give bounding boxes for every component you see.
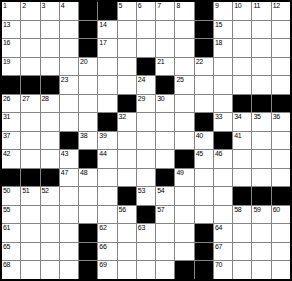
grid-cell[interactable]: 53 xyxy=(137,187,155,205)
black-cell xyxy=(21,169,39,187)
grid-cell[interactable] xyxy=(137,39,155,57)
black-cell xyxy=(21,76,39,94)
grid-cell[interactable]: 20 xyxy=(79,58,97,76)
grid-cell[interactable]: 42 xyxy=(2,150,20,168)
clue-number: 67 xyxy=(215,243,222,251)
grid-cell[interactable] xyxy=(98,58,116,76)
grid-cell[interactable]: 7 xyxy=(156,2,174,20)
grid-cell[interactable] xyxy=(21,206,39,224)
clue-number: 12 xyxy=(273,2,280,10)
grid-cell[interactable] xyxy=(21,21,39,39)
grid-cell[interactable]: 61 xyxy=(2,224,20,242)
grid-cell[interactable]: 43 xyxy=(60,150,78,168)
crossword-board: 1234567891011121314151617181920212223242… xyxy=(0,0,292,281)
grid-cell[interactable] xyxy=(118,150,136,168)
grid-cell[interactable] xyxy=(79,206,97,224)
grid-cell[interactable] xyxy=(233,150,251,168)
grid-cell[interactable] xyxy=(98,169,116,187)
grid-cell[interactable]: 25 xyxy=(175,76,193,94)
grid-cell[interactable] xyxy=(41,243,59,261)
clue-number: 58 xyxy=(234,206,241,214)
grid-cell[interactable] xyxy=(118,243,136,261)
grid-cell[interactable]: 4 xyxy=(60,2,78,20)
grid-cell[interactable]: 33 xyxy=(214,113,232,131)
grid-cell[interactable] xyxy=(252,243,270,261)
black-cell xyxy=(195,113,213,131)
grid-cell[interactable] xyxy=(21,243,39,261)
grid-cell[interactable]: 1 xyxy=(2,2,20,20)
grid-cell[interactable] xyxy=(272,58,290,76)
black-cell xyxy=(79,150,97,168)
grid-cell[interactable]: 66 xyxy=(98,243,116,261)
grid-cell[interactable] xyxy=(175,95,193,113)
grid-cell[interactable] xyxy=(252,58,270,76)
grid-cell[interactable] xyxy=(272,21,290,39)
grid-cell[interactable] xyxy=(156,243,174,261)
grid-cell[interactable]: 68 xyxy=(2,261,20,279)
clue-number: 53 xyxy=(138,187,145,195)
grid-cell[interactable]: 56 xyxy=(118,206,136,224)
grid-cell[interactable] xyxy=(214,169,232,187)
grid-cell[interactable] xyxy=(41,206,59,224)
grid-cell[interactable]: 69 xyxy=(98,261,116,279)
black-cell xyxy=(79,2,97,20)
grid-cell[interactable]: 23 xyxy=(60,76,78,94)
grid-cell[interactable] xyxy=(137,132,155,150)
grid-cell[interactable] xyxy=(60,224,78,242)
grid-cell[interactable] xyxy=(214,187,232,205)
grid-cell[interactable] xyxy=(41,21,59,39)
grid-cell[interactable]: 52 xyxy=(41,187,59,205)
grid-cell[interactable]: 59 xyxy=(252,206,270,224)
black-cell xyxy=(195,243,213,261)
grid-cell[interactable] xyxy=(214,76,232,94)
clue-number: 33 xyxy=(215,113,222,121)
grid-cell[interactable] xyxy=(233,261,251,279)
black-cell xyxy=(233,187,251,205)
clue-number: 29 xyxy=(138,95,145,103)
grid-cell[interactable] xyxy=(60,187,78,205)
grid-cell[interactable] xyxy=(175,206,193,224)
clue-number: 40 xyxy=(196,132,203,140)
grid-cell[interactable]: 9 xyxy=(214,2,232,20)
grid-cell[interactable] xyxy=(60,206,78,224)
grid-cell[interactable] xyxy=(252,224,270,242)
grid-cell[interactable] xyxy=(137,150,155,168)
clue-number: 59 xyxy=(253,206,260,214)
black-cell xyxy=(98,113,116,131)
clue-number: 16 xyxy=(3,39,10,47)
grid-cell[interactable]: 45 xyxy=(195,150,213,168)
grid-cell[interactable]: 30 xyxy=(156,95,174,113)
grid-cell[interactable] xyxy=(41,224,59,242)
grid-cell[interactable] xyxy=(156,39,174,57)
grid-cell[interactable] xyxy=(41,261,59,279)
grid-cell[interactable] xyxy=(156,261,174,279)
clue-number: 28 xyxy=(42,95,49,103)
grid-cell[interactable]: 28 xyxy=(41,95,59,113)
grid-cell[interactable]: 18 xyxy=(214,39,232,57)
grid-cell[interactable]: 58 xyxy=(233,206,251,224)
clue-number: 32 xyxy=(119,113,126,121)
grid-cell[interactable] xyxy=(137,169,155,187)
clue-number: 19 xyxy=(3,58,10,66)
grid-cell[interactable]: 60 xyxy=(272,206,290,224)
grid-cell[interactable] xyxy=(156,224,174,242)
grid-cell[interactable]: 36 xyxy=(272,113,290,131)
grid-cell[interactable] xyxy=(60,21,78,39)
clue-number: 57 xyxy=(157,206,164,214)
clue-number: 34 xyxy=(234,113,241,121)
clue-number: 2 xyxy=(22,2,26,10)
black-cell xyxy=(41,169,59,187)
grid-cell[interactable]: 35 xyxy=(252,113,270,131)
black-cell xyxy=(79,261,97,279)
grid-cell[interactable]: 55 xyxy=(2,206,20,224)
grid-cell[interactable] xyxy=(252,39,270,57)
grid-cell[interactable] xyxy=(60,95,78,113)
grid-cell[interactable] xyxy=(175,21,193,39)
clue-number: 51 xyxy=(22,187,29,195)
clue-number: 10 xyxy=(234,2,241,10)
clue-number: 45 xyxy=(196,150,203,158)
black-cell xyxy=(195,39,213,57)
clue-number: 70 xyxy=(215,261,222,269)
black-cell xyxy=(272,187,290,205)
clue-number: 22 xyxy=(196,58,203,66)
grid-cell[interactable]: 46 xyxy=(214,150,232,168)
clue-number: 44 xyxy=(99,150,106,158)
grid-cell[interactable] xyxy=(156,132,174,150)
grid-cell[interactable]: 31 xyxy=(2,113,20,131)
grid-cell[interactable] xyxy=(195,206,213,224)
clue-number: 66 xyxy=(99,243,106,251)
grid-cell[interactable]: 3 xyxy=(41,2,59,20)
black-cell xyxy=(252,95,270,113)
clue-number: 11 xyxy=(253,2,260,10)
grid-cell[interactable] xyxy=(21,58,39,76)
grid-cell[interactable] xyxy=(79,76,97,94)
grid-cell[interactable] xyxy=(252,261,270,279)
grid-cell[interactable]: 44 xyxy=(98,150,116,168)
grid-cell[interactable] xyxy=(21,150,39,168)
clue-number: 35 xyxy=(253,113,260,121)
grid-cell[interactable] xyxy=(195,76,213,94)
grid-cell[interactable] xyxy=(175,187,193,205)
grid-cell[interactable]: 24 xyxy=(137,76,155,94)
grid-cell[interactable]: 48 xyxy=(79,169,97,187)
clue-number: 50 xyxy=(3,187,10,195)
grid-cell[interactable]: 8 xyxy=(175,2,193,20)
grid-cell[interactable] xyxy=(79,113,97,131)
black-cell xyxy=(118,187,136,205)
grid-cell[interactable] xyxy=(79,187,97,205)
clue-number: 27 xyxy=(22,95,29,103)
grid-cell[interactable] xyxy=(252,76,270,94)
clue-number: 5 xyxy=(119,2,123,10)
grid-cell[interactable] xyxy=(118,132,136,150)
clue-number: 68 xyxy=(3,261,10,269)
grid-cell[interactable] xyxy=(21,261,39,279)
grid-cell[interactable] xyxy=(272,39,290,57)
grid-cell[interactable] xyxy=(118,39,136,57)
grid-cell[interactable]: 41 xyxy=(233,132,251,150)
grid-cell[interactable]: 5 xyxy=(118,2,136,20)
black-cell xyxy=(41,76,59,94)
grid-cell[interactable] xyxy=(21,39,39,57)
grid-cell[interactable]: 49 xyxy=(175,169,193,187)
grid-cell[interactable] xyxy=(175,113,193,131)
clue-number: 1 xyxy=(3,2,7,10)
grid-cell[interactable] xyxy=(252,150,270,168)
clue-number: 46 xyxy=(215,150,222,158)
grid-cell[interactable] xyxy=(60,39,78,57)
clue-number: 43 xyxy=(61,150,68,158)
grid-cell[interactable] xyxy=(272,132,290,150)
black-cell xyxy=(195,261,213,279)
clue-number: 38 xyxy=(80,132,87,140)
grid-cell[interactable] xyxy=(118,21,136,39)
clue-number: 62 xyxy=(99,224,106,232)
clue-number: 14 xyxy=(99,21,106,29)
grid-cell[interactable] xyxy=(233,76,251,94)
grid-cell[interactable] xyxy=(272,169,290,187)
grid-cell[interactable]: 21 xyxy=(156,58,174,76)
clue-number: 61 xyxy=(3,224,10,232)
black-cell xyxy=(137,58,155,76)
grid-cell[interactable]: 62 xyxy=(98,224,116,242)
clue-number: 49 xyxy=(176,169,183,177)
grid-cell[interactable]: 29 xyxy=(137,95,155,113)
clue-number: 15 xyxy=(215,21,222,29)
clue-number: 21 xyxy=(157,58,164,66)
clue-number: 48 xyxy=(80,169,87,177)
black-cell xyxy=(137,206,155,224)
grid-cell[interactable] xyxy=(175,39,193,57)
grid-cell[interactable] xyxy=(118,76,136,94)
grid-cell[interactable] xyxy=(98,95,116,113)
grid-cell[interactable]: 39 xyxy=(98,132,116,150)
grid-cell[interactable] xyxy=(272,150,290,168)
grid-cell[interactable]: 50 xyxy=(2,187,20,205)
grid-cell[interactable] xyxy=(137,243,155,261)
grid-cell[interactable]: 26 xyxy=(2,95,20,113)
clue-number: 17 xyxy=(99,39,106,47)
clue-number: 24 xyxy=(138,76,145,84)
clue-number: 4 xyxy=(61,2,65,10)
black-cell xyxy=(98,2,116,20)
clue-number: 9 xyxy=(215,2,219,10)
grid-cell[interactable]: 63 xyxy=(137,224,155,242)
black-cell xyxy=(79,243,97,261)
grid-cell[interactable] xyxy=(98,76,116,94)
grid-cell[interactable] xyxy=(41,150,59,168)
grid-cell[interactable] xyxy=(79,95,97,113)
black-cell xyxy=(272,95,290,113)
black-cell xyxy=(79,39,97,57)
grid-cell[interactable]: 67 xyxy=(214,243,232,261)
grid-cell[interactable]: 51 xyxy=(21,187,39,205)
clue-number: 64 xyxy=(215,224,222,232)
grid-cell[interactable] xyxy=(175,224,193,242)
grid-cell[interactable] xyxy=(41,58,59,76)
grid-cell[interactable] xyxy=(272,243,290,261)
clue-number: 52 xyxy=(42,187,49,195)
grid-cell[interactable] xyxy=(175,132,193,150)
grid-cell[interactable]: 17 xyxy=(98,39,116,57)
black-cell xyxy=(79,21,97,39)
grid-cell[interactable] xyxy=(137,21,155,39)
black-cell xyxy=(214,132,232,150)
grid-cell[interactable] xyxy=(233,243,251,261)
grid-cell[interactable] xyxy=(233,224,251,242)
grid-cell[interactable] xyxy=(118,224,136,242)
clue-number: 3 xyxy=(42,2,46,10)
grid-cell[interactable]: 65 xyxy=(2,243,20,261)
black-cell xyxy=(195,21,213,39)
grid-cell[interactable] xyxy=(21,132,39,150)
clue-number: 25 xyxy=(176,76,183,84)
clue-number: 13 xyxy=(3,21,10,29)
grid-cell[interactable]: 16 xyxy=(2,39,20,57)
grid-cell[interactable] xyxy=(214,58,232,76)
grid-cell[interactable] xyxy=(156,21,174,39)
black-cell xyxy=(175,261,193,279)
clue-number: 31 xyxy=(3,113,10,121)
grid-cell[interactable] xyxy=(195,169,213,187)
black-cell xyxy=(195,2,213,20)
grid-cell[interactable] xyxy=(98,187,116,205)
grid-cell[interactable] xyxy=(175,58,193,76)
grid-cell[interactable]: 70 xyxy=(214,261,232,279)
grid-cell[interactable]: 12 xyxy=(272,2,290,20)
grid-cell[interactable]: 22 xyxy=(195,58,213,76)
grid-cell[interactable] xyxy=(195,187,213,205)
grid-cell[interactable]: 11 xyxy=(252,2,270,20)
grid-cell[interactable] xyxy=(118,261,136,279)
grid-cell[interactable] xyxy=(137,261,155,279)
black-cell xyxy=(118,95,136,113)
clue-number: 36 xyxy=(273,113,280,121)
clue-number: 65 xyxy=(3,243,10,251)
grid-cell[interactable]: 37 xyxy=(2,132,20,150)
grid-cell[interactable]: 38 xyxy=(79,132,97,150)
grid-cell[interactable]: 64 xyxy=(214,224,232,242)
grid-cell[interactable] xyxy=(21,224,39,242)
grid-cell[interactable]: 15 xyxy=(214,21,232,39)
grid-cell[interactable] xyxy=(98,206,116,224)
grid-cell[interactable] xyxy=(233,39,251,57)
grid-cell[interactable]: 6 xyxy=(137,2,155,20)
grid-cell[interactable]: 34 xyxy=(233,113,251,131)
grid-cell[interactable] xyxy=(118,58,136,76)
grid-cell[interactable] xyxy=(41,39,59,57)
grid-cell[interactable] xyxy=(60,113,78,131)
grid-cell[interactable] xyxy=(233,169,251,187)
clue-number: 26 xyxy=(3,95,10,103)
grid-cell[interactable]: 57 xyxy=(156,206,174,224)
grid-cell[interactable] xyxy=(60,261,78,279)
grid-cell[interactable] xyxy=(41,132,59,150)
grid-cell[interactable] xyxy=(41,113,59,131)
grid-cell[interactable] xyxy=(60,243,78,261)
black-cell xyxy=(60,132,78,150)
black-cell xyxy=(2,76,20,94)
grid-cell[interactable]: 47 xyxy=(60,169,78,187)
grid-cell[interactable]: 32 xyxy=(118,113,136,131)
grid-cell[interactable] xyxy=(21,113,39,131)
clue-number: 55 xyxy=(3,206,10,214)
grid-cell[interactable]: 40 xyxy=(195,132,213,150)
grid-cell[interactable] xyxy=(272,76,290,94)
clue-number: 60 xyxy=(273,206,280,214)
grid-cell[interactable] xyxy=(60,58,78,76)
clue-number: 56 xyxy=(119,206,126,214)
black-cell xyxy=(233,95,251,113)
grid-cell[interactable] xyxy=(175,243,193,261)
grid-cell[interactable]: 14 xyxy=(98,21,116,39)
grid-cell[interactable] xyxy=(156,113,174,131)
grid-cell[interactable] xyxy=(233,58,251,76)
black-cell xyxy=(156,169,174,187)
grid-cell[interactable]: 19 xyxy=(2,58,20,76)
grid-cell[interactable] xyxy=(137,113,155,131)
clue-number: 6 xyxy=(138,2,142,10)
grid-cell[interactable]: 27 xyxy=(21,95,39,113)
grid-cell[interactable]: 2 xyxy=(21,2,39,20)
clue-number: 42 xyxy=(3,150,10,158)
grid-cell[interactable] xyxy=(252,169,270,187)
clue-number: 37 xyxy=(3,132,10,140)
clue-number: 54 xyxy=(157,187,164,195)
grid-cell[interactable] xyxy=(118,169,136,187)
grid-cell[interactable]: 13 xyxy=(2,21,20,39)
grid-cell[interactable] xyxy=(252,21,270,39)
clue-number: 8 xyxy=(176,2,180,10)
clue-number: 39 xyxy=(99,132,106,140)
clue-number: 20 xyxy=(80,58,87,66)
grid-cell[interactable] xyxy=(252,132,270,150)
clue-number: 63 xyxy=(138,224,145,232)
grid-cell[interactable] xyxy=(272,261,290,279)
clue-number: 41 xyxy=(234,132,241,140)
clue-number: 47 xyxy=(61,169,68,177)
clue-number: 69 xyxy=(99,261,106,269)
black-cell xyxy=(252,187,270,205)
grid-cell[interactable]: 54 xyxy=(156,187,174,205)
grid-cell[interactable] xyxy=(233,21,251,39)
grid-cell[interactable]: 10 xyxy=(233,2,251,20)
clue-number: 30 xyxy=(157,95,164,103)
clue-number: 7 xyxy=(157,2,161,10)
black-cell xyxy=(156,76,174,94)
black-cell xyxy=(195,224,213,242)
grid-cell[interactable] xyxy=(195,95,213,113)
grid-cell[interactable] xyxy=(214,95,232,113)
grid-cell[interactable] xyxy=(156,150,174,168)
black-cell xyxy=(2,169,20,187)
black-cell xyxy=(79,224,97,242)
black-cell xyxy=(175,150,193,168)
grid-cell[interactable] xyxy=(214,206,232,224)
clue-number: 18 xyxy=(215,39,222,47)
clue-number: 23 xyxy=(61,76,68,84)
grid-cell[interactable] xyxy=(272,224,290,242)
